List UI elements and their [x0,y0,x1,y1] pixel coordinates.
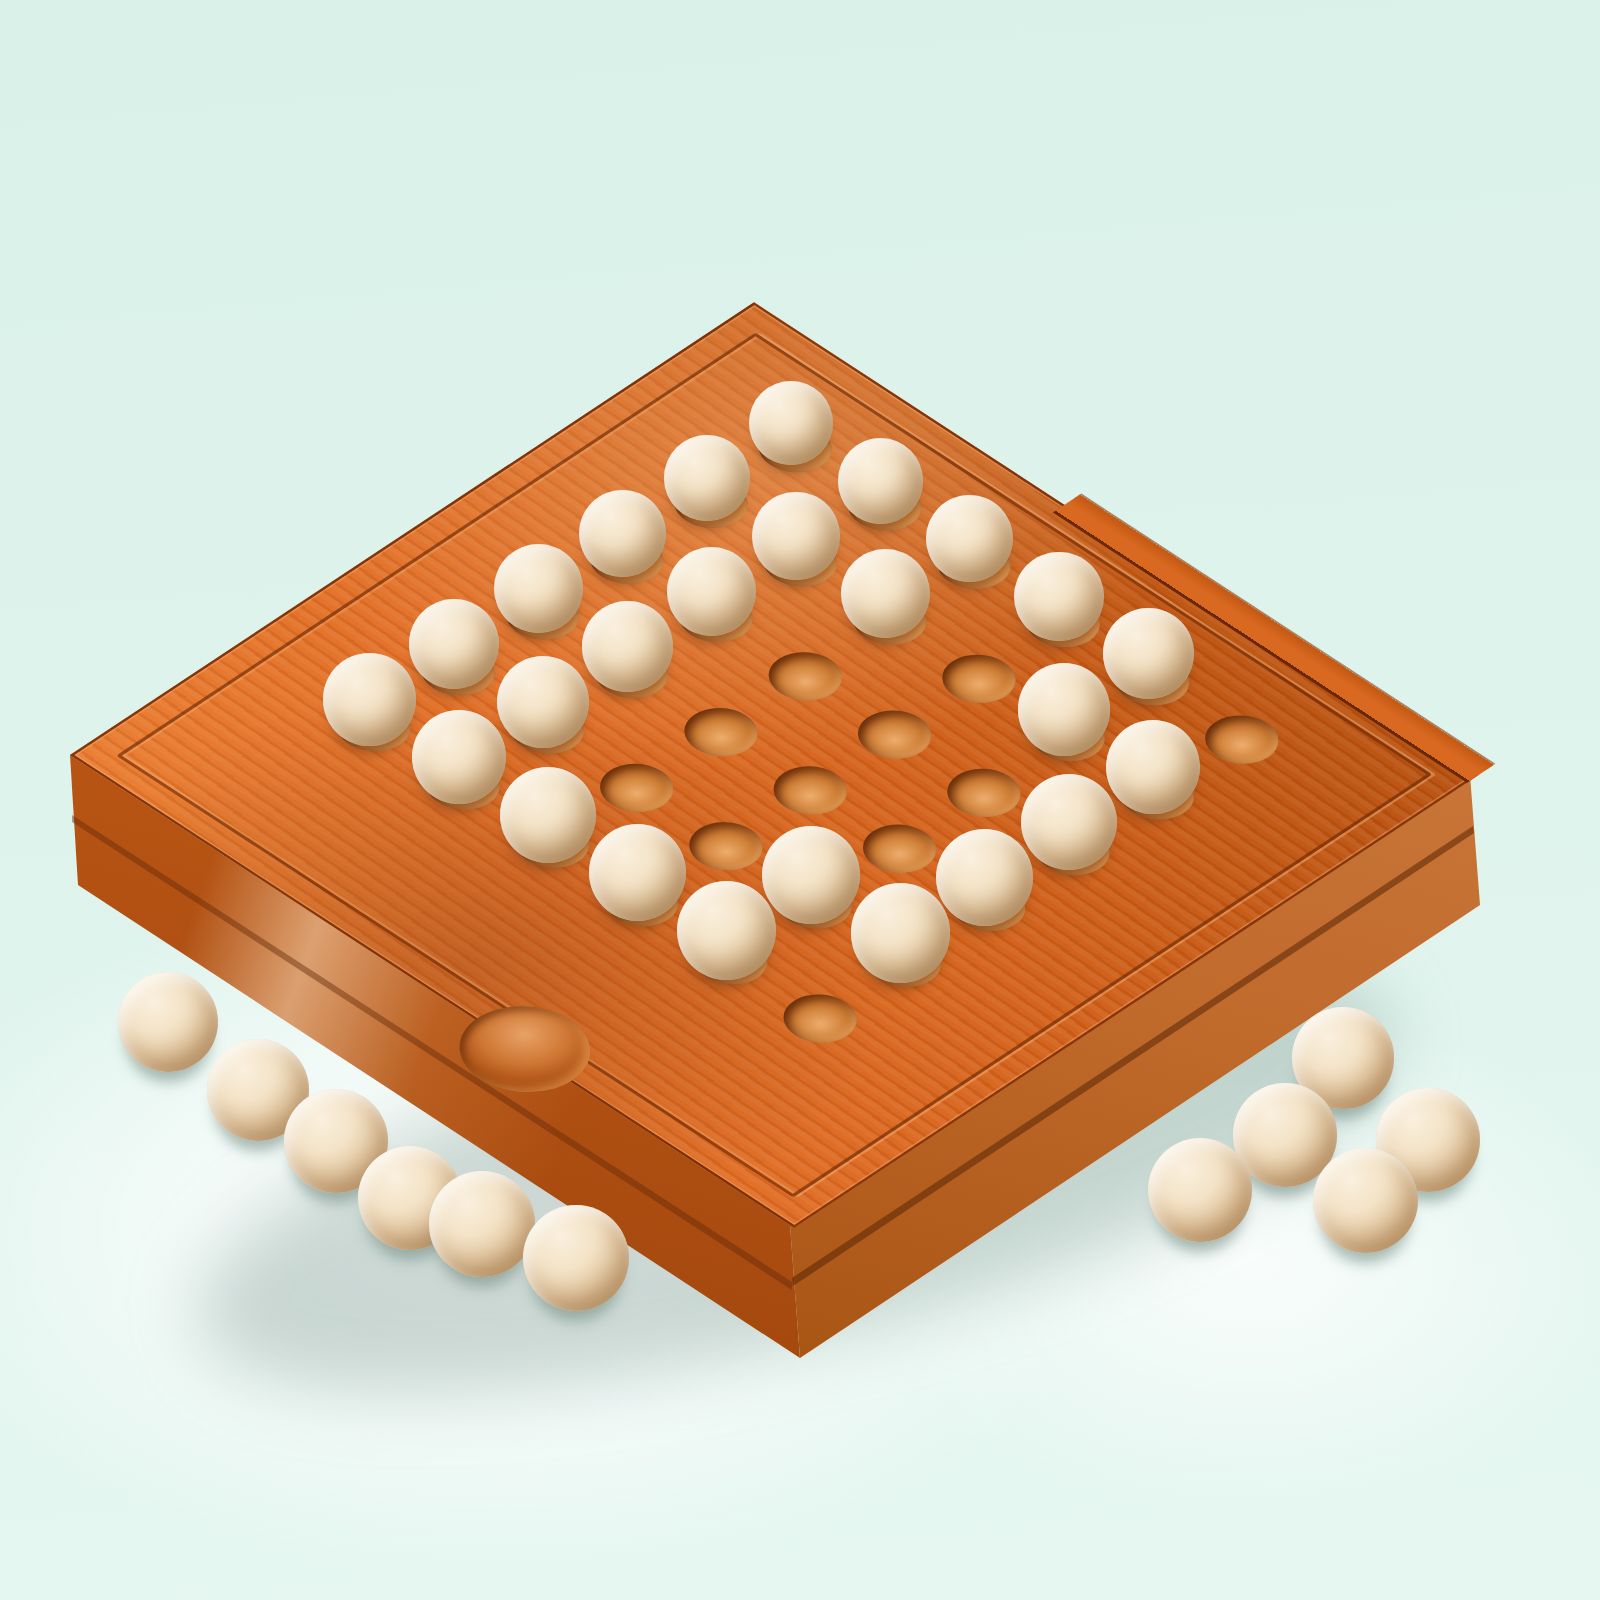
board-ball-r2c1[interactable] [667,547,756,636]
loose-ball-right-3[interactable] [1148,1138,1253,1243]
board-ball-r4c4[interactable] [762,826,860,924]
board-ball-r4c0[interactable] [409,599,500,690]
board-ball-r1c4[interactable] [1018,663,1111,756]
board-ball-r1c2[interactable] [841,549,930,638]
board-ball-r0c1[interactable] [838,438,924,524]
board-ball-r3c1[interactable] [582,601,673,692]
board-ball-r0c3[interactable] [1014,552,1103,641]
board-ball-r5c0[interactable] [323,653,415,745]
balls-layer [0,0,1600,1600]
board-ball-r5c1[interactable] [412,710,506,804]
board-ball-r5c3[interactable] [589,824,687,922]
board-ball-r3c5[interactable] [936,829,1034,927]
board-ball-r0c4[interactable] [1103,608,1194,699]
board-ball-r4c1[interactable] [497,656,589,748]
board-ball-r5c2[interactable] [500,767,596,863]
loose-ball-left-4[interactable] [429,1171,535,1277]
board-ball-r0c0[interactable] [749,381,833,465]
board-ball-r2c5[interactable] [1021,774,1117,870]
board-ball-r5c4[interactable] [677,881,776,980]
board-ball-r2c0[interactable] [579,490,666,577]
board-ball-r3c0[interactable] [494,544,583,633]
board-ball-r1c0[interactable] [664,435,750,521]
board-ball-r4c5[interactable] [851,883,950,982]
board-ball-r1c5[interactable] [1106,720,1200,814]
loose-ball-left-5[interactable] [523,1205,630,1312]
scene-stage [0,0,1600,1600]
loose-ball-left-0[interactable] [118,972,218,1072]
board-ball-r0c2[interactable] [926,495,1013,582]
loose-ball-right-4[interactable] [1313,1148,1418,1253]
board-ball-r1c1[interactable] [752,492,839,579]
